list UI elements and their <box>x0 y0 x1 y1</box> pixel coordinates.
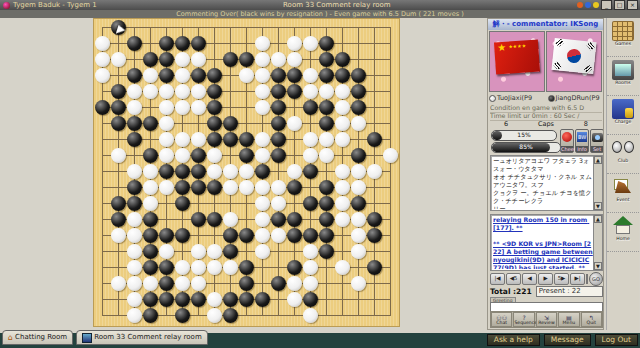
black-stone <box>127 132 142 147</box>
black-stone <box>319 116 334 131</box>
white-stone <box>127 164 142 179</box>
black-stone <box>271 212 286 227</box>
lobby-club-button[interactable]: Club <box>607 138 639 174</box>
white-stone <box>223 260 238 275</box>
room-icon <box>82 333 92 343</box>
black-stone <box>127 68 142 83</box>
white-stone <box>319 84 334 99</box>
white-stone <box>335 116 350 131</box>
event-icon <box>612 177 634 197</box>
white-stone <box>95 52 110 67</box>
white-stone <box>127 244 142 259</box>
lobby-games-button[interactable]: Games <box>607 21 639 57</box>
white-stone <box>335 132 350 147</box>
lobby-home-button[interactable]: Home <box>607 216 639 252</box>
lobby-icon-strip: GamesRoomsChargeClubEventHome <box>606 18 639 330</box>
white-stone <box>127 100 142 115</box>
black-stone-icon <box>548 95 555 102</box>
nav-button-0[interactable]: |◀ <box>490 273 505 285</box>
white-stone <box>175 260 190 275</box>
white-stone <box>143 84 158 99</box>
minimize-button[interactable]: _ <box>601 0 612 10</box>
black-stone <box>159 52 174 67</box>
club-icon <box>612 138 634 158</box>
black-stone <box>207 212 222 227</box>
white-stone <box>207 260 222 275</box>
game-status-line: Commenting Over( black wins by resignati… <box>0 10 640 18</box>
white-stone <box>207 308 222 323</box>
nav-button-3[interactable]: ▶ <box>538 273 553 285</box>
white-stone <box>127 260 142 275</box>
white-stone <box>255 148 270 163</box>
black-stone <box>159 68 174 83</box>
china-flag-image: ★ ★★★★ <box>494 40 540 75</box>
black-stone <box>111 100 126 115</box>
black-stone <box>239 52 254 67</box>
home-icon <box>612 216 634 236</box>
announcement-box[interactable]: relaying Room 150 in room [177]. ** ** <… <box>490 214 603 271</box>
maximize-button[interactable]: □ <box>614 0 625 10</box>
white-stone <box>367 164 382 179</box>
white-stone <box>175 52 190 67</box>
white-stone <box>239 68 254 83</box>
black-captures: 8 <box>584 120 588 128</box>
black-stone <box>207 84 222 99</box>
white-stone <box>127 308 142 323</box>
white-stone <box>287 116 302 131</box>
black-stone <box>271 84 286 99</box>
black-stone <box>223 52 238 67</box>
white-stone <box>175 276 190 291</box>
white-stone <box>255 100 270 115</box>
white-stone <box>255 52 270 67</box>
white-stone <box>223 212 238 227</box>
scroll-up-icon[interactable]: ▲ <box>594 215 602 223</box>
black-stone <box>351 196 366 211</box>
black-stone <box>239 228 254 243</box>
app-icon <box>3 2 10 9</box>
commentary-text: ーュオリタアヨエワ フタェラ 3ォ スォー・ウタタマ オオ チチタュクサリ・クネ… <box>493 157 593 209</box>
white-player-name: TuoJiaxi(P9 <box>497 94 532 102</box>
black-stone <box>127 196 142 211</box>
black-stone <box>255 164 270 179</box>
white-stone <box>207 292 222 307</box>
white-stone <box>255 212 270 227</box>
black-stone <box>303 100 318 115</box>
black-stone <box>143 244 158 259</box>
white-stone <box>159 132 174 147</box>
charge-icon <box>612 99 634 119</box>
white-stone <box>383 148 398 163</box>
black-stone <box>239 260 254 275</box>
white-stone <box>175 148 190 163</box>
title-bar: Tygem Baduk - Tygem 1 Room 33 Comment re… <box>0 0 640 10</box>
white-stone <box>175 84 190 99</box>
white-stone <box>239 180 254 195</box>
white-stone <box>351 244 366 259</box>
players-row: TuoJiaxi(P9 JiangDRun(P9 <box>488 93 604 103</box>
white-stone <box>255 132 270 147</box>
sidebar-action-bar: ⚇⚇Chat?Sequence⇲Review▤Menu↰Quit <box>490 311 603 328</box>
black-stone <box>223 292 238 307</box>
white-stone <box>159 244 174 259</box>
white-stone <box>255 36 270 51</box>
black-stone <box>319 228 334 243</box>
white-stone <box>111 228 126 243</box>
black-stone <box>207 116 222 131</box>
white-stone <box>127 84 142 99</box>
black-stone <box>175 196 190 211</box>
announcement-scrollbar[interactable]: ▲ ▼ <box>593 215 602 270</box>
white-player: TuoJiaxi(P9 <box>488 93 547 103</box>
black-stone <box>143 308 158 323</box>
white-stone <box>239 164 254 179</box>
white-stone <box>319 148 334 163</box>
flags-panel: ★ ★★★★ <box>489 31 602 92</box>
black-stone <box>207 68 222 83</box>
white-stone <box>207 244 222 259</box>
nav-button-1[interactable]: ◀5 <box>506 273 521 285</box>
lobby-charge-button[interactable]: Charge <box>607 99 639 135</box>
white-stone <box>351 164 366 179</box>
black-stone <box>319 100 334 115</box>
black-player-name: JiangDRun(P9 <box>556 94 600 102</box>
black-stone <box>319 52 334 67</box>
black-stone <box>143 292 158 307</box>
white-stone <box>127 292 142 307</box>
white-stone <box>191 52 206 67</box>
white-stone <box>111 276 126 291</box>
white-stone <box>223 180 238 195</box>
black-stone <box>287 228 302 243</box>
white-stone <box>143 68 158 83</box>
black-stone <box>367 132 382 147</box>
white-stone <box>287 52 302 67</box>
white-stone <box>255 244 270 259</box>
white-stone <box>111 52 126 67</box>
go-board[interactable] <box>93 18 400 327</box>
white-stone <box>287 276 302 291</box>
white-stone <box>335 164 350 179</box>
black-stone <box>159 36 174 51</box>
tab-chatting-room[interactable]: ⌂ Chatting Room <box>2 330 73 345</box>
captures-row: 6 Caps 8 <box>490 120 602 128</box>
black-stone <box>175 228 190 243</box>
window-controls: _ □ × <box>577 0 638 10</box>
cheer-icon <box>562 132 572 142</box>
scroll-down-icon[interactable]: ▼ <box>594 262 602 270</box>
white-stone <box>303 68 318 83</box>
black-stone <box>111 116 126 131</box>
black-stone <box>175 292 190 307</box>
white-stone <box>319 132 334 147</box>
white-stone <box>351 228 366 243</box>
black-stone <box>143 52 158 67</box>
white-stone <box>95 36 110 51</box>
white-stone <box>175 68 190 83</box>
white-stone <box>271 180 286 195</box>
present-move-label: Present : 22 <box>536 286 603 297</box>
black-player: JiangDRun(P9 <box>547 93 605 103</box>
black-stone <box>207 132 222 147</box>
app-window: Tygem Baduk - Tygem 1 Room 33 Comment re… <box>0 0 640 348</box>
black-stone <box>159 228 174 243</box>
games-icon <box>612 21 634 41</box>
taskbar-buttons: Ask a help Message Log Out <box>487 334 638 346</box>
white-stone <box>255 84 270 99</box>
game-sidebar: 解・- commentator: IKSong ★ ★★★★ <box>487 18 604 330</box>
black-stone <box>239 148 254 163</box>
black-stone <box>191 180 206 195</box>
white-stone <box>223 164 238 179</box>
white-stone <box>159 116 174 131</box>
black-stone <box>223 308 238 323</box>
cheer-button[interactable]: Cheer <box>560 129 574 153</box>
black-stone <box>191 212 206 227</box>
black-stone <box>367 228 382 243</box>
white-stone <box>335 84 350 99</box>
white-stone <box>95 68 110 83</box>
logout-button[interactable]: Log Out <box>595 334 638 346</box>
black-stone <box>127 36 142 51</box>
black-stone <box>191 36 206 51</box>
greeting-area: Greeting <box>490 298 603 310</box>
white-stone <box>255 228 270 243</box>
black-stone <box>319 212 334 227</box>
white-stone <box>207 148 222 163</box>
korea-flag-image <box>551 38 596 74</box>
black-stone <box>319 196 334 211</box>
commentary-box[interactable]: ーュオリタアヨエワ フタェラ 3ォ スォー・ウタタマ オオ チチタュクサリ・クネ… <box>490 155 603 211</box>
announcement-text: relaying Room 150 in room [177]. ** ** <… <box>493 216 593 269</box>
info-button[interactable]: BW Info <box>575 129 589 153</box>
sequence-button[interactable]: ?Sequence <box>513 312 534 327</box>
black-stone <box>319 180 334 195</box>
black-stone <box>223 244 238 259</box>
korea-flag <box>546 31 602 92</box>
room-tabs: ⌂ Chatting Room Room 33 Comment relay ro… <box>2 330 208 345</box>
white-stone <box>143 164 158 179</box>
home-icon: ⌂ <box>8 333 13 343</box>
white-stone <box>143 196 158 211</box>
window-title: Tygem Baduk - Tygem 1 <box>13 0 97 10</box>
black-stone <box>239 292 254 307</box>
white-stone <box>351 180 366 195</box>
progress-bar-2: 85% <box>491 142 561 153</box>
close-button[interactable]: × <box>627 0 638 10</box>
white-stone <box>255 180 270 195</box>
black-stone <box>303 196 318 211</box>
white-stone <box>191 132 206 147</box>
white-stone <box>271 228 286 243</box>
white-captures: 6 <box>504 120 508 128</box>
black-stone <box>287 180 302 195</box>
white-stone <box>351 116 366 131</box>
nav-button-5[interactable]: ▶| <box>570 273 585 285</box>
black-stone <box>319 244 334 259</box>
move-navigation: |◀◀5◀▶5▶▶|GO <box>490 273 603 285</box>
black-stone <box>111 196 126 211</box>
room-title: Room 33 Comment relay room <box>97 0 577 10</box>
review-button[interactable]: ⇲Review <box>536 312 557 327</box>
white-stone <box>143 276 158 291</box>
black-stone <box>159 292 174 307</box>
scroll-up-icon[interactable]: ▲ <box>594 156 602 164</box>
black-stone <box>143 212 158 227</box>
white-stone <box>303 84 318 99</box>
black-stone <box>271 276 286 291</box>
black-stone <box>335 68 350 83</box>
white-stone <box>143 180 158 195</box>
black-stone <box>175 308 190 323</box>
black-stone <box>207 180 222 195</box>
black-stone <box>271 100 286 115</box>
white-stone <box>351 276 366 291</box>
status-dot-yellow[interactable] <box>593 2 599 8</box>
black-stone <box>287 68 302 83</box>
black-stone <box>207 100 222 115</box>
black-stone <box>127 116 142 131</box>
black-stone <box>159 260 174 275</box>
progress-2-label: 85% <box>492 143 560 151</box>
white-stone <box>287 292 302 307</box>
white-stone <box>335 100 350 115</box>
white-stone <box>191 100 206 115</box>
black-stone <box>191 148 206 163</box>
white-stone <box>127 212 142 227</box>
nav-button-4[interactable]: 5▶ <box>554 273 569 285</box>
black-stone <box>351 84 366 99</box>
black-stone <box>143 228 158 243</box>
black-stone <box>239 132 254 147</box>
black-stone <box>351 68 366 83</box>
black-stone <box>239 276 254 291</box>
white-stone <box>159 100 174 115</box>
captures-label: Caps <box>538 120 554 128</box>
black-stone <box>367 260 382 275</box>
white-stone <box>159 84 174 99</box>
white-stone <box>175 132 190 147</box>
black-stone <box>175 164 190 179</box>
white-stone <box>335 196 350 211</box>
total-moves-label: Total :221 <box>490 287 532 296</box>
info-icon: BW <box>577 132 587 142</box>
black-stone <box>367 212 382 227</box>
status-dot-orange[interactable] <box>577 2 583 8</box>
white-stone-icon <box>489 95 496 102</box>
black-stone <box>335 52 350 67</box>
black-stone <box>175 36 190 51</box>
rooms-icon <box>612 60 634 80</box>
lobby-event-button[interactable]: Event <box>607 177 639 213</box>
white-stone <box>303 36 318 51</box>
white-stone <box>191 260 206 275</box>
white-stone <box>335 180 350 195</box>
black-stone <box>191 164 206 179</box>
scroll-down-icon[interactable]: ▼ <box>594 202 602 210</box>
nav-button-2[interactable]: ◀ <box>522 273 537 285</box>
chat-button[interactable]: ⚇⚇Chat <box>491 312 512 327</box>
ask-help-button[interactable]: Ask a help <box>487 334 540 346</box>
black-stone <box>95 100 110 115</box>
quit-button[interactable]: ↰Quit <box>581 312 602 327</box>
black-stone <box>303 228 318 243</box>
white-stone <box>255 196 270 211</box>
black-stone <box>287 260 302 275</box>
black-stone <box>143 148 158 163</box>
white-stone <box>159 180 174 195</box>
black-stone <box>143 116 158 131</box>
black-stone <box>111 212 126 227</box>
white-stone <box>287 164 302 179</box>
black-stone <box>319 68 334 83</box>
move-number-input[interactable] <box>586 274 588 284</box>
set-button[interactable]: Set <box>590 129 604 153</box>
white-stone <box>351 212 366 227</box>
black-stone <box>191 292 206 307</box>
taeguk-icon <box>566 48 581 63</box>
black-stone <box>271 116 286 131</box>
black-stone <box>255 292 270 307</box>
white-stone <box>255 68 270 83</box>
black-stone <box>287 84 302 99</box>
status-dot-blue[interactable] <box>585 2 591 8</box>
white-stone <box>127 276 142 291</box>
black-stone <box>159 276 174 291</box>
white-stone <box>303 132 318 147</box>
white-stone <box>335 260 350 275</box>
white-stone <box>191 84 206 99</box>
black-stone <box>271 148 286 163</box>
black-stone <box>127 180 142 195</box>
white-stone <box>303 276 318 291</box>
china-flag: ★ ★★★★ <box>489 31 545 92</box>
go-button[interactable]: GO <box>589 272 603 286</box>
menu-button[interactable]: ▤Menu <box>558 312 579 327</box>
totals-row: Total :221 Present : 22 <box>490 286 603 297</box>
camera-icon <box>592 133 603 142</box>
black-stone <box>191 68 206 83</box>
message-button[interactable]: Message <box>544 334 591 346</box>
black-stone <box>351 148 366 163</box>
black-stone <box>271 68 286 83</box>
black-stone <box>223 228 238 243</box>
black-stone <box>287 212 302 227</box>
white-stone <box>111 148 126 163</box>
tab-comment-relay-room[interactable]: Room 33 Comment relay room <box>76 330 208 345</box>
white-stone <box>159 148 174 163</box>
white-stone <box>287 36 302 51</box>
commentary-scrollbar[interactable]: ▲ ▼ <box>593 156 602 210</box>
progress-1-label: 15% <box>492 131 556 139</box>
black-stone <box>143 260 158 275</box>
black-stone <box>175 180 190 195</box>
black-stone <box>303 292 318 307</box>
black-stone <box>319 36 334 51</box>
black-stone <box>223 116 238 131</box>
white-stone <box>191 276 206 291</box>
white-stone <box>303 260 318 275</box>
black-stone <box>351 100 366 115</box>
white-stone <box>271 196 286 211</box>
black-stone <box>111 84 126 99</box>
lobby-rooms-button[interactable]: Rooms <box>607 60 639 96</box>
commentator-header: 解・- commentator: IKSong <box>488 19 603 30</box>
white-stone <box>271 52 286 67</box>
black-stone <box>223 132 238 147</box>
black-stone <box>271 132 286 147</box>
white-stone <box>191 244 206 259</box>
